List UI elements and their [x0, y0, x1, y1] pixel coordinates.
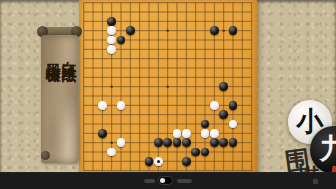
board-intersection[interactable] [88, 35, 97, 44]
board-intersection[interactable] [191, 91, 200, 100]
board-intersection[interactable] [79, 110, 88, 119]
board-intersection[interactable] [200, 157, 209, 166]
board-intersection[interactable] [228, 73, 237, 82]
board-intersection[interactable] [144, 7, 153, 16]
board-intersection[interactable] [238, 73, 247, 82]
board-intersection[interactable] [247, 157, 256, 166]
board-intersection[interactable] [228, 17, 237, 26]
board-intersection[interactable] [210, 0, 219, 7]
board-intersection[interactable] [228, 101, 237, 110]
board-intersection[interactable] [135, 91, 144, 100]
board-intersection[interactable] [210, 54, 219, 63]
board-intersection[interactable] [219, 7, 228, 16]
board-intersection[interactable] [88, 82, 97, 91]
board-intersection[interactable] [116, 26, 125, 35]
board-intersection[interactable] [135, 45, 144, 54]
board-intersection[interactable] [182, 73, 191, 82]
board-intersection[interactable] [135, 7, 144, 16]
board-intersection[interactable] [144, 73, 153, 82]
board-intersection[interactable] [163, 35, 172, 44]
board-intersection[interactable] [200, 17, 209, 26]
board-intersection[interactable] [79, 17, 88, 26]
board-intersection[interactable] [144, 101, 153, 110]
board-intersection[interactable] [163, 26, 172, 35]
board-intersection[interactable] [154, 147, 163, 156]
board-intersection[interactable] [210, 147, 219, 156]
board-intersection[interactable] [116, 129, 125, 138]
board-intersection[interactable] [172, 129, 181, 138]
board-intersection[interactable] [88, 26, 97, 35]
board-intersection[interactable] [247, 119, 256, 128]
board-intersection[interactable] [79, 138, 88, 147]
board-intersection[interactable] [219, 0, 228, 7]
board-intersection[interactable] [238, 0, 247, 7]
board-intersection[interactable] [238, 35, 247, 44]
board-intersection[interactable] [126, 82, 135, 91]
board-intersection[interactable] [219, 26, 228, 35]
board-intersection[interactable] [126, 101, 135, 110]
board-intersection[interactable] [79, 101, 88, 110]
board-intersection[interactable] [172, 119, 181, 128]
board-intersection[interactable] [135, 17, 144, 26]
board-intersection[interactable] [210, 45, 219, 54]
board-intersection[interactable] [210, 119, 219, 128]
board-intersection[interactable] [228, 119, 237, 128]
board-intersection[interactable] [228, 7, 237, 16]
board-intersection[interactable] [172, 91, 181, 100]
board-intersection[interactable] [210, 63, 219, 72]
board-intersection[interactable] [172, 7, 181, 16]
board-intersection[interactable] [191, 35, 200, 44]
board-intersection[interactable] [219, 63, 228, 72]
board-intersection[interactable] [135, 147, 144, 156]
display-toggle-knob[interactable] [160, 178, 165, 183]
board-intersection[interactable] [219, 54, 228, 63]
board-intersection[interactable] [238, 7, 247, 16]
board-intersection[interactable] [107, 119, 116, 128]
board-intersection[interactable] [210, 26, 219, 35]
board-intersection[interactable] [116, 119, 125, 128]
board-intersection[interactable] [172, 45, 181, 54]
board-intersection[interactable] [154, 17, 163, 26]
board-intersection[interactable] [191, 82, 200, 91]
board-intersection[interactable] [98, 147, 107, 156]
board-intersection[interactable] [238, 91, 247, 100]
board-intersection[interactable] [247, 54, 256, 63]
board-intersection[interactable] [126, 138, 135, 147]
board-intersection[interactable] [210, 110, 219, 119]
board-intersection[interactable] [116, 45, 125, 54]
board-intersection[interactable] [228, 26, 237, 35]
board-intersection[interactable] [247, 17, 256, 26]
board-intersection[interactable] [135, 101, 144, 110]
board-intersection[interactable] [79, 35, 88, 44]
board-intersection[interactable] [219, 101, 228, 110]
board-intersection[interactable] [107, 26, 116, 35]
board-intersection[interactable] [107, 91, 116, 100]
board-intersection[interactable] [126, 110, 135, 119]
board-intersection[interactable] [163, 119, 172, 128]
board-intersection[interactable] [200, 0, 209, 7]
board-intersection[interactable] [210, 157, 219, 166]
board-intersection[interactable] [107, 45, 116, 54]
board-intersection[interactable] [154, 119, 163, 128]
board-intersection[interactable] [172, 0, 181, 7]
board-intersection[interactable] [210, 91, 219, 100]
board-intersection[interactable] [144, 63, 153, 72]
board-intersection[interactable] [88, 157, 97, 166]
board-intersection[interactable] [200, 26, 209, 35]
board-intersection[interactable] [107, 138, 116, 147]
board-intersection[interactable] [126, 91, 135, 100]
board-intersection[interactable] [200, 138, 209, 147]
board-intersection[interactable] [182, 157, 191, 166]
board-intersection[interactable] [247, 7, 256, 16]
board-intersection[interactable] [116, 147, 125, 156]
board-intersection[interactable] [154, 129, 163, 138]
board-intersection[interactable] [163, 157, 172, 166]
board-intersection[interactable] [107, 157, 116, 166]
board-intersection[interactable] [154, 110, 163, 119]
board-intersection[interactable] [88, 91, 97, 100]
board-intersection[interactable] [210, 82, 219, 91]
board-intersection[interactable] [154, 138, 163, 147]
board-intersection[interactable] [210, 7, 219, 16]
board-intersection[interactable] [107, 63, 116, 72]
board-intersection[interactable] [210, 17, 219, 26]
board-intersection[interactable] [191, 110, 200, 119]
board-intersection[interactable] [154, 45, 163, 54]
board-intersection[interactable] [135, 138, 144, 147]
board-intersection[interactable] [172, 73, 181, 82]
board-intersection[interactable] [200, 101, 209, 110]
board-intersection[interactable] [98, 54, 107, 63]
board-intersection[interactable] [247, 129, 256, 138]
board-intersection[interactable] [228, 129, 237, 138]
board-intersection[interactable] [154, 91, 163, 100]
board-intersection[interactable] [191, 157, 200, 166]
board-intersection[interactable] [182, 119, 191, 128]
board-intersection[interactable] [116, 82, 125, 91]
board-intersection[interactable] [238, 82, 247, 91]
board-intersection[interactable] [219, 147, 228, 156]
board-intersection[interactable] [172, 82, 181, 91]
board-intersection[interactable] [219, 35, 228, 44]
board-intersection[interactable] [144, 82, 153, 91]
board-intersection[interactable] [144, 138, 153, 147]
board-intersection[interactable] [228, 110, 237, 119]
board-intersection[interactable] [163, 63, 172, 72]
board-intersection[interactable] [238, 129, 247, 138]
board-intersection[interactable] [219, 110, 228, 119]
board-intersection[interactable] [182, 45, 191, 54]
board-intersection[interactable] [228, 138, 237, 147]
board-intersection[interactable] [228, 45, 237, 54]
board-intersection[interactable] [163, 91, 172, 100]
board-intersection[interactable] [107, 147, 116, 156]
board-intersection[interactable] [172, 138, 181, 147]
board-intersection[interactable] [126, 119, 135, 128]
board-intersection[interactable] [107, 129, 116, 138]
board-intersection[interactable] [98, 45, 107, 54]
board-intersection[interactable] [144, 91, 153, 100]
board-intersection[interactable] [163, 101, 172, 110]
board-intersection[interactable] [163, 82, 172, 91]
board-intersection[interactable] [79, 147, 88, 156]
board-intersection[interactable] [107, 17, 116, 26]
board-intersection[interactable] [172, 54, 181, 63]
board-intersection[interactable] [135, 73, 144, 82]
board-intersection[interactable] [135, 119, 144, 128]
board-intersection[interactable] [116, 110, 125, 119]
board-intersection[interactable] [98, 138, 107, 147]
board-intersection[interactable] [172, 110, 181, 119]
board-intersection[interactable] [172, 101, 181, 110]
board-intersection[interactable] [191, 63, 200, 72]
board-intersection[interactable] [135, 54, 144, 63]
board-intersection[interactable] [247, 45, 256, 54]
board-intersection[interactable] [98, 63, 107, 72]
board-intersection[interactable] [88, 119, 97, 128]
board-intersection[interactable] [182, 63, 191, 72]
board-intersection[interactable] [154, 157, 163, 166]
board-intersection[interactable] [200, 54, 209, 63]
board-intersection[interactable] [163, 54, 172, 63]
board-intersection[interactable] [79, 82, 88, 91]
board-intersection[interactable] [79, 0, 88, 7]
board-intersection[interactable] [228, 147, 237, 156]
board-intersection[interactable] [126, 35, 135, 44]
board-intersection[interactable] [228, 0, 237, 7]
board-intersection[interactable] [88, 110, 97, 119]
board-intersection[interactable] [144, 147, 153, 156]
board-intersection[interactable] [163, 138, 172, 147]
board-intersection[interactable] [116, 91, 125, 100]
board-intersection[interactable] [247, 138, 256, 147]
board-intersection[interactable] [219, 138, 228, 147]
board-intersection[interactable] [88, 63, 97, 72]
board-intersection[interactable] [191, 147, 200, 156]
board-intersection[interactable] [154, 63, 163, 72]
board-intersection[interactable] [238, 157, 247, 166]
board-intersection[interactable] [98, 82, 107, 91]
board-intersection[interactable] [247, 110, 256, 119]
board-intersection[interactable] [88, 17, 97, 26]
board-intersection[interactable] [79, 73, 88, 82]
board-intersection[interactable] [144, 0, 153, 7]
board-intersection[interactable] [144, 26, 153, 35]
board-intersection[interactable] [116, 54, 125, 63]
board-intersection[interactable] [154, 26, 163, 35]
board-intersection[interactable] [182, 0, 191, 7]
board-intersection[interactable] [116, 101, 125, 110]
board-intersection[interactable] [88, 73, 97, 82]
board-intersection[interactable] [144, 157, 153, 166]
board-intersection[interactable] [247, 91, 256, 100]
board-intersection[interactable] [182, 17, 191, 26]
board-intersection[interactable] [126, 45, 135, 54]
board-intersection[interactable] [116, 73, 125, 82]
board-intersection[interactable] [154, 35, 163, 44]
board-intersection[interactable] [247, 26, 256, 35]
board-intersection[interactable] [107, 101, 116, 110]
board-intersection[interactable] [200, 129, 209, 138]
board-intersection[interactable] [219, 129, 228, 138]
board-intersection[interactable] [172, 17, 181, 26]
board-intersection[interactable] [191, 26, 200, 35]
board-intersection[interactable] [79, 45, 88, 54]
board-intersection[interactable] [154, 0, 163, 7]
board-intersection[interactable] [163, 45, 172, 54]
board-intersection[interactable] [116, 138, 125, 147]
board-intersection[interactable] [135, 63, 144, 72]
board-intersection[interactable] [154, 7, 163, 16]
board-intersection[interactable] [116, 17, 125, 26]
board-intersection[interactable] [163, 73, 172, 82]
board-intersection[interactable] [228, 54, 237, 63]
board-intersection[interactable] [98, 35, 107, 44]
board-intersection[interactable] [126, 147, 135, 156]
board-intersection[interactable] [191, 129, 200, 138]
board-intersection[interactable] [219, 119, 228, 128]
board-intersection[interactable] [238, 147, 247, 156]
board-intersection[interactable] [247, 0, 256, 7]
board-intersection[interactable] [163, 110, 172, 119]
board-intersection[interactable] [238, 63, 247, 72]
board-intersection[interactable] [191, 119, 200, 128]
board-intersection[interactable] [200, 35, 209, 44]
board-intersection[interactable] [200, 82, 209, 91]
board-intersection[interactable] [135, 0, 144, 7]
board-intersection[interactable] [88, 0, 97, 7]
board-intersection[interactable] [107, 7, 116, 16]
board-intersection[interactable] [238, 110, 247, 119]
board-intersection[interactable] [116, 7, 125, 16]
board-intersection[interactable] [154, 54, 163, 63]
board-intersection[interactable] [144, 54, 153, 63]
board-intersection[interactable] [88, 45, 97, 54]
board-intersection[interactable] [182, 101, 191, 110]
board-intersection[interactable] [182, 26, 191, 35]
board-intersection[interactable] [79, 157, 88, 166]
board-intersection[interactable] [210, 101, 219, 110]
board-intersection[interactable] [79, 119, 88, 128]
board-intersection[interactable] [200, 91, 209, 100]
board-intersection[interactable] [228, 82, 237, 91]
board-intersection[interactable] [238, 119, 247, 128]
board-intersection[interactable] [135, 26, 144, 35]
board-intersection[interactable] [247, 63, 256, 72]
board-intersection[interactable] [163, 147, 172, 156]
board-intersection[interactable] [219, 45, 228, 54]
board-intersection[interactable] [200, 147, 209, 156]
board-intersection[interactable] [98, 101, 107, 110]
board-intersection[interactable] [88, 101, 97, 110]
board-intersection[interactable] [163, 17, 172, 26]
board-intersection[interactable] [228, 91, 237, 100]
board-intersection[interactable] [79, 63, 88, 72]
board-intersection[interactable] [98, 110, 107, 119]
board-intersection[interactable] [247, 101, 256, 110]
board-intersection[interactable] [182, 82, 191, 91]
board-intersection[interactable] [172, 26, 181, 35]
board-intersection[interactable] [219, 157, 228, 166]
board-intersection[interactable] [163, 0, 172, 7]
board-intersection[interactable] [98, 26, 107, 35]
board-intersection[interactable] [182, 91, 191, 100]
board-intersection[interactable] [219, 91, 228, 100]
board-intersection[interactable] [98, 157, 107, 166]
board-intersection[interactable] [135, 157, 144, 166]
board-intersection[interactable] [200, 63, 209, 72]
board-intersection[interactable] [182, 7, 191, 16]
board-intersection[interactable] [98, 73, 107, 82]
board-intersection[interactable] [126, 63, 135, 72]
board-intersection[interactable] [182, 129, 191, 138]
board-intersection[interactable] [88, 7, 97, 16]
board-intersection[interactable] [182, 35, 191, 44]
board-intersection[interactable] [98, 119, 107, 128]
board-intersection[interactable] [88, 138, 97, 147]
board-intersection[interactable] [200, 110, 209, 119]
board-intersection[interactable] [126, 26, 135, 35]
board-intersection[interactable] [135, 129, 144, 138]
board-intersection[interactable] [79, 91, 88, 100]
board-intersection[interactable] [182, 110, 191, 119]
board-intersection[interactable] [79, 7, 88, 16]
board-intersection[interactable] [191, 0, 200, 7]
board-intersection[interactable] [238, 138, 247, 147]
board-intersection[interactable] [210, 73, 219, 82]
board-intersection[interactable] [116, 157, 125, 166]
board-intersection[interactable] [172, 157, 181, 166]
board-intersection[interactable] [210, 129, 219, 138]
board-intersection[interactable] [98, 91, 107, 100]
board-intersection[interactable] [210, 35, 219, 44]
board-intersection[interactable] [238, 101, 247, 110]
board-intersection[interactable] [135, 35, 144, 44]
board-intersection[interactable] [98, 0, 107, 7]
board-intersection[interactable] [135, 82, 144, 91]
board-intersection[interactable] [88, 147, 97, 156]
board-intersection[interactable] [79, 129, 88, 138]
board-intersection[interactable] [144, 119, 153, 128]
board-intersection[interactable] [126, 54, 135, 63]
board-intersection[interactable] [182, 54, 191, 63]
board-intersection[interactable] [107, 54, 116, 63]
board-intersection[interactable] [144, 129, 153, 138]
board-intersection[interactable] [107, 110, 116, 119]
board-intersection[interactable] [126, 157, 135, 166]
board-intersection[interactable] [228, 157, 237, 166]
board-intersection[interactable] [200, 45, 209, 54]
board-intersection[interactable] [172, 35, 181, 44]
board-intersection[interactable] [247, 35, 256, 44]
board-intersection[interactable] [126, 129, 135, 138]
board-intersection[interactable] [191, 54, 200, 63]
board-intersection[interactable] [107, 82, 116, 91]
board-intersection[interactable] [154, 82, 163, 91]
board-intersection[interactable] [247, 82, 256, 91]
board-intersection[interactable] [210, 138, 219, 147]
board-intersection[interactable] [126, 0, 135, 7]
board-intersection[interactable] [107, 35, 116, 44]
board-intersection[interactable] [116, 35, 125, 44]
board-intersection[interactable] [88, 54, 97, 63]
board-intersection[interactable] [154, 101, 163, 110]
board-intersection[interactable] [79, 54, 88, 63]
control-bar-right-button[interactable] [313, 179, 318, 184]
